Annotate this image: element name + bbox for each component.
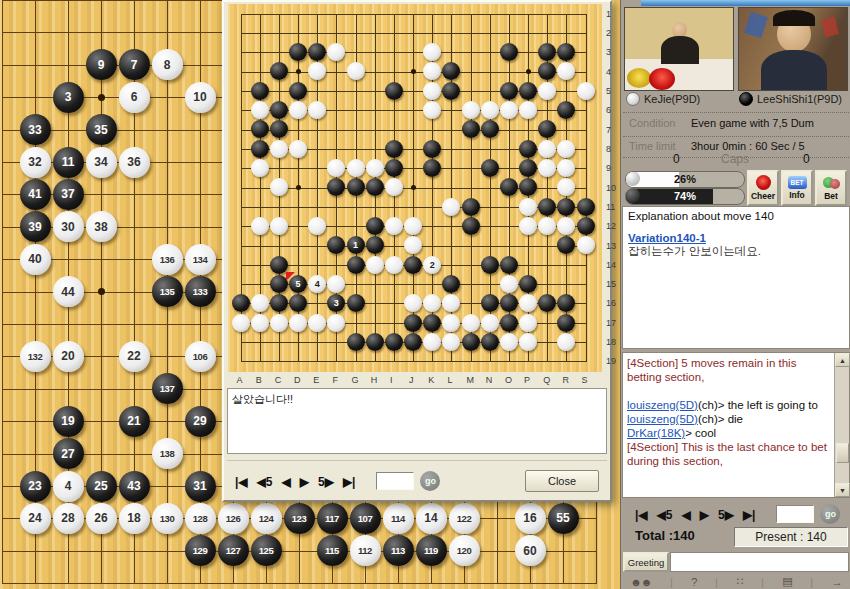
black-stone [500,294,518,312]
white-stone [500,101,518,119]
row-label: 6 [606,105,611,115]
row-label: 14 [606,260,616,270]
chat-box: [4Section] 5 moves remain in this bettin… [622,352,850,498]
go-button[interactable]: go [420,471,440,491]
row-label: 1 [606,9,611,19]
red-rose-icon [649,68,675,90]
column-label: L [447,375,452,385]
black-stone [500,314,518,332]
black-stone [500,43,518,61]
column-label: E [313,375,319,385]
column-label: I [390,375,393,385]
game-room-icon[interactable]: ∷ [736,575,742,588]
variation-nav-forward-button[interactable]: ▶ [300,475,309,489]
black-stone [270,62,288,80]
white-stone [251,314,269,332]
column-label: N [486,375,493,385]
chat-user-link[interactable]: louiszeng(5D) [627,399,698,411]
black-stone [442,62,460,80]
black-stone [557,236,575,254]
condition-row: Condition Even game with 7,5 Dum [621,117,850,133]
white-stone [462,314,480,332]
variation-link[interactable]: Variation140-1 [628,232,706,244]
black-stone-move-55: 55 [548,503,579,534]
black-stone-move-21: 21 [119,406,150,437]
white-stone [423,62,441,80]
chat-text: [4Section] 5 moves remain in this bettin… [627,357,796,383]
variation-popup: 12543 12345678910111213141516171819ABCDE… [222,0,612,502]
panel-nav-back-button[interactable]: ◀ [682,508,691,522]
white-stone-move-36: 36 [119,147,150,178]
column-label: M [467,375,475,385]
white-stone-move-132: 132 [20,341,51,372]
white-stone [251,159,269,177]
white-stone [308,217,326,235]
black-stone [327,178,345,196]
close-button[interactable]: Close [525,470,599,492]
black-stone-move-3: 3 [53,82,84,113]
row-label: 4 [606,67,611,77]
black-stone [385,140,403,158]
white-stone [462,101,480,119]
greeting-button[interactable]: Greeting [623,552,669,572]
black-stone [366,236,384,254]
black-stone [519,159,537,177]
black-variation-stone-1: 1 [347,236,365,254]
panel-nav-forward-button[interactable]: ▶ [700,508,709,522]
black-stone-move-119: 119 [416,535,447,566]
bet-button[interactable]: Bet [815,170,847,206]
black-stone [270,101,288,119]
greeting-row: Greeting [621,552,850,573]
black-stone [481,159,499,177]
grid-line [241,361,587,362]
white-stone [423,101,441,119]
move-count-row: Total :140 Present : 140 [621,527,850,547]
white-stone [423,294,441,312]
white-stone-move-14: 14 [416,503,447,534]
white-stone [251,217,269,235]
white-stone-move-34: 34 [86,147,117,178]
black-stone [519,82,537,100]
black-stone [577,198,595,216]
column-label: Q [543,375,550,385]
white-stone-move-126: 126 [218,503,249,534]
white-caps-count: 0 [673,152,680,166]
white-stone [308,101,326,119]
chat-scrollbar[interactable]: ▲ ▼ [834,353,849,497]
time-limit-value: 3hour 0min : 60 Sec / 5 [691,140,805,152]
black-stone [462,217,480,235]
variation-nav-forward5-button[interactable]: 5▶ [318,475,334,489]
toolbar-separator: | [715,576,718,588]
player-names-row: KeJie(P9D) LeeShiShi1(P9D) [621,92,850,110]
white-stone [519,333,537,351]
black-stone [289,82,307,100]
white-stone [519,217,537,235]
black-stone [500,82,518,100]
black-player-photo [738,7,848,91]
black-stone [423,314,441,332]
black-stone-move-137: 137 [152,373,183,404]
black-stone-icon [739,92,753,106]
white-stone-move-22: 22 [119,341,150,372]
black-stone [289,43,307,61]
chat-line: [4Section] This is the last chance to be… [627,440,830,468]
panel-nav-first-button[interactable]: |◀ [635,508,648,522]
white-stone-move-134: 134 [185,244,216,275]
column-label: F [332,375,338,385]
white-stone-move-4: 4 [53,471,84,502]
black-stone [270,294,288,312]
chat-text: [4Section] This is the last chance to be… [627,441,827,467]
app-window: 9783610333532113436413739303840136134441… [0,0,850,589]
white-stone-move-6: 6 [119,82,150,113]
black-stone [347,333,365,351]
black-stone-move-35: 35 [86,114,117,145]
panel-nav-last-button[interactable]: ▶| [743,508,756,522]
variation-go-board[interactable]: 12543 [228,4,602,372]
info-panel: KeJie(P9D) LeeShiShi1(P9D) Condition Eve… [620,0,850,589]
panel-move-input[interactable] [776,505,814,523]
black-player-name: LeeShiShi1(P9D) [757,93,842,105]
present-move: Present : 140 [734,527,848,547]
yellow-rose-icon [627,68,651,88]
black-stone [557,314,575,332]
panel-nav-forward5-button[interactable]: 5▶ [718,508,734,522]
white-stone-icon [626,92,640,106]
black-stone-move-23: 23 [20,471,51,502]
black-stone [481,333,499,351]
black-stone [538,120,556,138]
friends-icon[interactable]: ☻☻ [630,576,651,588]
white-stone-move-18: 18 [119,503,150,534]
black-stone [289,294,307,312]
column-label: A [237,375,243,385]
black-stone [557,101,575,119]
row-label: 16 [606,298,616,308]
white-stone [385,217,403,235]
black-stone [404,314,422,332]
black-stone [519,275,537,293]
white-stone [557,140,575,158]
black-stone [385,333,403,351]
variation-nav-last-button[interactable]: ▶| [343,475,356,489]
white-stone-move-8: 8 [152,49,183,80]
row-label: 12 [606,221,616,231]
white-stone [270,314,288,332]
black-stone-move-29: 29 [185,406,216,437]
black-stone [538,43,556,61]
white-stone [500,275,518,293]
chat-line: louiszeng(5D)(ch)> the left is going to [627,398,830,412]
variation-nav-first-button[interactable]: |◀ [235,475,248,489]
white-stone [308,314,326,332]
black-stone-move-133: 133 [185,276,216,307]
black-stone [462,120,480,138]
white-stone [327,159,345,177]
black-stone-move-7: 7 [119,49,150,80]
white-stone [289,314,307,332]
black-stone [270,120,288,138]
white-stone-move-122: 122 [449,503,480,534]
black-stone [519,178,537,196]
black-stone [538,294,556,312]
black-stone [251,140,269,158]
scroll-thumb[interactable] [836,443,849,463]
column-label: B [256,375,262,385]
black-stone [423,140,441,158]
white-stone [538,217,556,235]
column-label: S [582,375,588,385]
white-stone [232,314,250,332]
white-variation-stone-4: 4 [308,275,326,293]
caps-label: Caps [721,152,749,166]
white-stone [481,314,499,332]
toolbar-separator: | [810,576,813,588]
white-stone-move-10: 10 [185,82,216,113]
black-stone-move-113: 113 [383,535,414,566]
divider [623,136,849,137]
chat-user-link[interactable]: louiszeng(5D) [627,413,698,425]
bet-badge-icon: BET [788,176,807,189]
black-stone-move-27: 27 [53,438,84,469]
condition-value: Even game with 7,5 Dum [691,117,814,129]
white-stone [577,236,595,254]
chat-line: [4Section] 5 moves remain in this bettin… [627,356,830,384]
black-stone [442,82,460,100]
white-stone [442,314,460,332]
white-stone-move-30: 30 [53,211,84,242]
star-point [411,185,416,190]
black-stone [308,43,326,61]
black-stone-move-11: 11 [53,147,84,178]
scroll-down-icon[interactable]: ▼ [835,483,850,497]
row-label: 15 [606,279,616,289]
white-stone-move-28: 28 [53,503,84,534]
cheer-button[interactable]: Cheer [747,170,779,206]
white-stone-move-128: 128 [185,503,216,534]
column-label: R [562,375,569,385]
divider [623,112,849,113]
black-stone-move-39: 39 [20,211,51,242]
star-point [411,69,416,74]
white-stone [442,198,460,216]
red-triangle-marker [286,272,295,281]
white-stone [442,294,460,312]
black-stone [385,159,403,177]
panel-go-button[interactable]: go [820,504,840,524]
grid-line [2,551,597,552]
column-label: O [505,375,512,385]
column-label: H [371,375,378,385]
white-stone-move-124: 124 [251,503,282,534]
row-label: 17 [606,318,616,328]
white-stone-move-114: 114 [383,503,414,534]
black-stone-move-25: 25 [86,471,117,502]
white-stone [557,333,575,351]
white-stone [404,236,422,254]
black-stone-move-31: 31 [185,471,216,502]
white-stone [423,333,441,351]
money-icon [823,176,839,190]
white-variation-stone-2: 2 [423,256,441,274]
black-stone [366,333,384,351]
black-stone [557,294,575,312]
white-stone [557,178,575,196]
row-label: 11 [606,202,615,212]
time-limit-label: Time limit [629,140,676,152]
black-stone-move-135: 135 [152,276,183,307]
black-bet-bar: 74% [625,188,745,205]
white-stone [251,294,269,312]
exit-icon[interactable]: → [832,576,842,588]
toolbar-separator: | [761,576,764,588]
white-stone [289,101,307,119]
white-stone [347,62,365,80]
black-stone [481,120,499,138]
black-stone [538,198,556,216]
row-label: 7 [606,125,611,135]
white-stone-move-16: 16 [515,503,546,534]
white-stone [538,159,556,177]
white-stone-move-106: 106 [185,341,216,372]
white-stone [251,101,269,119]
chat-user-link[interactable]: DrKar(18K) [627,427,685,439]
black-stone [366,178,384,196]
help-icon[interactable]: ? [691,576,696,588]
white-stone-move-44: 44 [53,276,84,307]
black-caps-count: 0 [803,152,810,166]
photo-background-shape [821,17,839,38]
chat-text: > cool [685,427,716,439]
black-stone-move-43: 43 [119,471,150,502]
black-stone [538,62,556,80]
grid-line [471,14,472,362]
chat-line: louiszeng(5D)(ch)> die [627,412,830,426]
white-stone [538,140,556,158]
variation-nav-back-button[interactable]: ◀ [282,475,291,489]
black-stone [385,82,403,100]
black-stone [500,178,518,196]
white-stone [519,294,537,312]
star-point [526,69,531,74]
column-label: P [524,375,530,385]
white-stone [289,140,307,158]
white-stone [366,256,384,274]
move-number-input[interactable] [376,472,414,490]
record-book-icon[interactable]: ▤ [782,575,791,588]
black-stone [347,178,365,196]
column-label: C [275,375,282,385]
white-stone-move-32: 32 [20,147,51,178]
black-stone [251,82,269,100]
white-stone [557,217,575,235]
white-stone-move-138: 138 [152,438,183,469]
white-stone [385,256,403,274]
white-stone-move-20: 20 [53,341,84,372]
black-stone-move-115: 115 [317,535,348,566]
black-stone [462,333,480,351]
grid-line [2,583,597,584]
black-stone [366,217,384,235]
bet-info-button[interactable]: BET Info [781,170,813,206]
row-label: 5 [606,86,611,96]
white-player-name: KeJie(P9D) [644,93,700,105]
black-stone-move-123: 123 [284,503,315,534]
scroll-up-icon[interactable]: ▲ [835,353,850,367]
white-stone-move-38: 38 [86,211,117,242]
chat-text: (ch)> die [698,413,743,425]
variation-controls: |◀◀5◀▶5▶▶| go Close [227,460,607,500]
white-stone [327,43,345,61]
white-stone [442,333,460,351]
condition-label: Condition [629,117,675,129]
white-stone [270,217,288,235]
explanation-title: Explanation about move 140 [628,210,844,222]
black-stone [423,159,441,177]
bottom-toolbar: ☻☻|?|∷|▤|→ [621,574,850,589]
black-bet-percent: 74% [626,190,744,202]
row-label: 10 [606,183,616,193]
photo-background-shape [744,12,768,38]
star-point [98,94,105,101]
black-stone [347,256,365,274]
black-stone [404,333,422,351]
black-stone-move-127: 127 [218,535,249,566]
white-stone [423,82,441,100]
white-stone-move-112: 112 [350,535,381,566]
black-stone [251,120,269,138]
row-label: 13 [606,241,616,251]
row-label: 2 [606,28,611,38]
window-title-strip [641,0,850,6]
panel-nav-back5-button[interactable]: ◀5 [657,508,673,522]
black-stone-move-37: 37 [53,179,84,210]
white-stone-move-120: 120 [449,535,480,566]
variation-nav-back5-button[interactable]: ◀5 [257,475,273,489]
white-bet-bar: 26% [625,171,745,188]
black-stone-move-117: 117 [317,503,348,534]
white-bet-percent: 26% [626,173,744,185]
black-stone-move-9: 9 [86,49,117,80]
black-stone-move-129: 129 [185,535,216,566]
black-stone-move-19: 19 [53,406,84,437]
white-stone [500,333,518,351]
row-label: 3 [606,47,611,57]
rose-icon [756,175,771,190]
variation-comment: 살았습니다!! [227,388,607,454]
white-stone [481,101,499,119]
row-label: 8 [606,144,611,154]
star-point [296,69,301,74]
column-label: G [352,375,359,385]
star-point [98,288,105,295]
white-stone [557,62,575,80]
white-stone [538,82,556,100]
greeting-input[interactable] [670,552,849,572]
white-stone [327,314,345,332]
white-stone [519,314,537,332]
row-label: 18 [606,337,616,347]
black-stone [327,236,345,254]
white-stone [385,178,403,196]
black-stone [270,256,288,274]
white-stone-move-24: 24 [20,503,51,534]
black-stone [404,256,422,274]
black-stone [462,198,480,216]
white-stone [366,159,384,177]
